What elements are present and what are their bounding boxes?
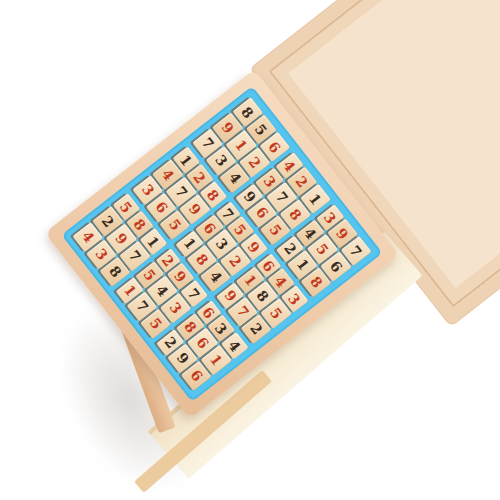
tile-digit: 6 [188,368,205,384]
tile-digit: 6 [200,305,217,321]
tile-digit: 9 [334,225,351,241]
tile-digit: 4 [159,166,176,182]
tile-digit: 8 [194,251,211,267]
tile-digit: 4 [226,338,243,354]
tile-digit: 8 [239,104,256,120]
tile-digit: 8 [107,264,124,280]
tile-digit: 7 [220,206,237,222]
tile-digit: 3 [322,210,339,226]
tile-digit: 3 [139,182,156,198]
tile-digit: 2 [248,321,265,337]
tile-digit: 2 [246,154,263,170]
tile-digit: 5 [166,217,183,233]
tile-digit: 9 [113,231,130,247]
tile-digit: 2 [293,173,310,189]
tile-digit: 1 [208,352,225,368]
tile-digit: 2 [99,213,116,229]
tile-digit: 5 [314,241,331,257]
tile-digit: 2 [160,253,177,269]
tile-digit: 2 [162,334,179,350]
tile-digit: 5 [118,199,135,215]
tile-digit: 6 [153,199,170,215]
tile-digit: 8 [308,274,325,290]
tile-digit: 7 [234,303,251,319]
tile-digit: 6 [260,258,277,274]
tile-digit: 5 [232,221,249,237]
tile-digit: 4 [226,170,243,186]
tile-digit: 8 [205,187,222,203]
tile-digit: 6 [266,139,283,155]
tile-digit: 9 [172,268,189,284]
tile-digit: 8 [131,216,148,232]
tile-digit: 7 [127,248,144,264]
tile-digit: 9 [245,239,262,255]
tile-digit: 1 [181,236,198,252]
tile-digit: 7 [273,189,290,205]
tile-digit: 2 [282,241,299,257]
tile-digit: 1 [307,191,324,207]
tile-digit: 6 [253,205,270,221]
tile-digit: 3 [213,153,230,169]
tile-digit: 8 [182,319,199,335]
tile-digit: 1 [178,152,195,168]
tile-digit: 7 [348,243,365,259]
product-photo: 8564213979123784567349652181287596434796… [0,0,500,500]
tile-digit: 9 [174,350,191,366]
tile-digit: 5 [147,316,164,332]
tile-digit: 5 [268,305,285,321]
tile-digit: 4 [207,269,224,285]
tile-digit: 7 [173,184,190,200]
tile-digit: 9 [241,189,258,205]
tile-digit: 4 [302,225,319,241]
tile-digit: 1 [145,234,162,250]
tile-digit: 9 [222,288,239,304]
tile-digit: 3 [167,300,184,316]
tile-digit: 9 [186,201,203,217]
tile-digit: 1 [242,272,259,288]
tile-digit: 6 [194,335,211,351]
tile-digit: 1 [121,282,138,298]
tile-digit: 3 [261,173,278,189]
tile-digit: 3 [286,291,303,307]
tile-digit: 8 [254,288,271,304]
tile-digit: 4 [154,283,171,299]
tile-digit: 1 [233,137,250,153]
tile-digit: 3 [93,246,110,262]
tile-digit: 3 [213,320,230,336]
tile-digit: 5 [141,267,158,283]
tile-digit: 2 [191,169,208,185]
tile-digit: 6 [201,220,218,236]
tile-digit: 5 [267,222,284,238]
tile-digit: 7 [186,286,203,302]
tile-digit: 2 [227,253,244,269]
tile-digit: 6 [328,258,345,274]
tile-digit: 5 [253,121,270,137]
tile-digit: 8 [287,206,304,222]
tile-digit: 7 [134,298,151,314]
tile-digit: 1 [294,257,311,273]
tile-digit: 9 [219,120,236,136]
tile-digit: 3 [213,236,230,252]
tile-digit: 4 [273,273,290,289]
tile-digit: 4 [79,229,96,245]
tile-digit: 4 [281,158,298,174]
tile-digit: 7 [199,135,216,151]
